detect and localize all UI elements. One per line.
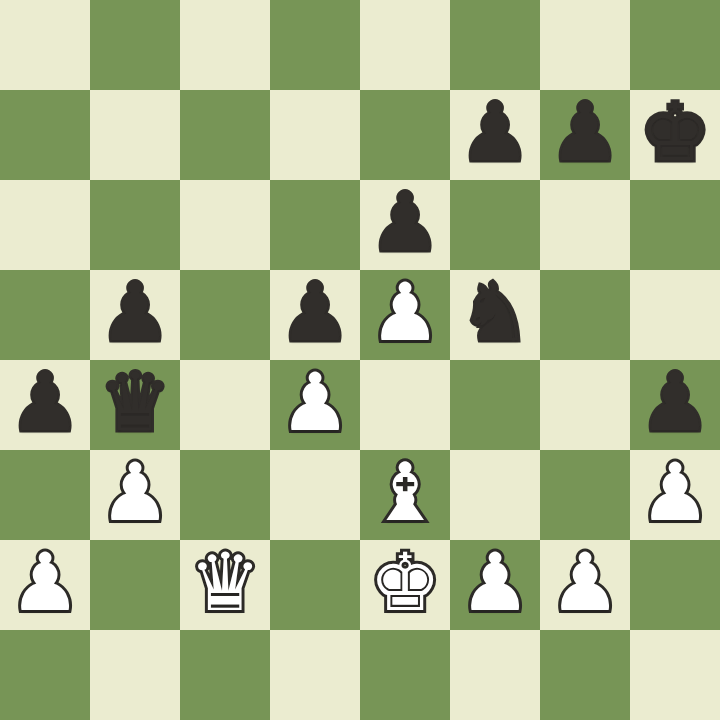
piece-black-pawn-e6[interactable]: ♟♟: [360, 180, 450, 270]
square-b4[interactable]: ♛♛: [90, 360, 180, 450]
square-g3[interactable]: [540, 450, 630, 540]
square-f3[interactable]: [450, 450, 540, 540]
square-b1[interactable]: [90, 630, 180, 720]
piece-glyph-fill: ♟: [540, 90, 630, 180]
square-d3[interactable]: [270, 450, 360, 540]
square-f5[interactable]: ♞♞: [450, 270, 540, 360]
piece-glyph-fill: ♟: [90, 270, 180, 360]
square-g4[interactable]: [540, 360, 630, 450]
piece-glyph-fill: ♟: [270, 360, 360, 450]
square-f4[interactable]: [450, 360, 540, 450]
square-d6[interactable]: [270, 180, 360, 270]
square-f7[interactable]: ♟♟: [450, 90, 540, 180]
square-e6[interactable]: ♟♟: [360, 180, 450, 270]
piece-white-king-e2[interactable]: ♚♚: [360, 540, 450, 630]
square-b3[interactable]: ♟♟: [90, 450, 180, 540]
piece-white-bishop-e3[interactable]: ♝♝: [360, 450, 450, 540]
piece-white-pawn-e5[interactable]: ♟♟: [360, 270, 450, 360]
piece-glyph-fill: ♛: [180, 540, 270, 630]
square-h1[interactable]: [630, 630, 720, 720]
square-f1[interactable]: [450, 630, 540, 720]
square-a7[interactable]: [0, 90, 90, 180]
square-h6[interactable]: [630, 180, 720, 270]
piece-glyph-fill: ♟: [0, 540, 90, 630]
piece-black-pawn-d5[interactable]: ♟♟: [270, 270, 360, 360]
piece-black-pawn-b5[interactable]: ♟♟: [90, 270, 180, 360]
piece-glyph-fill: ♝: [360, 450, 450, 540]
piece-glyph-fill: ♟: [630, 450, 720, 540]
piece-black-king-h7[interactable]: ♚♚: [630, 90, 720, 180]
square-h8[interactable]: [630, 0, 720, 90]
piece-glyph-fill: ♟: [90, 450, 180, 540]
square-e1[interactable]: [360, 630, 450, 720]
square-d2[interactable]: [270, 540, 360, 630]
square-e5[interactable]: ♟♟: [360, 270, 450, 360]
piece-black-pawn-a4[interactable]: ♟♟: [0, 360, 90, 450]
square-c3[interactable]: [180, 450, 270, 540]
square-c1[interactable]: [180, 630, 270, 720]
piece-glyph-fill: ♟: [270, 270, 360, 360]
piece-white-pawn-h3[interactable]: ♟♟: [630, 450, 720, 540]
square-a3[interactable]: [0, 450, 90, 540]
square-g8[interactable]: [540, 0, 630, 90]
piece-glyph-fill: ♟: [540, 540, 630, 630]
piece-glyph-fill: ♟: [0, 360, 90, 450]
square-g5[interactable]: [540, 270, 630, 360]
piece-glyph-fill: ♟: [630, 360, 720, 450]
square-b7[interactable]: [90, 90, 180, 180]
square-d4[interactable]: ♟♟: [270, 360, 360, 450]
chess-board: ♟♟♟♟♚♚♟♟♟♟♟♟♟♟♞♞♟♟♛♛♟♟♟♟♟♟♝♝♟♟♟♟♛♛♚♚♟♟♟♟: [0, 0, 720, 720]
square-a4[interactable]: ♟♟: [0, 360, 90, 450]
square-h2[interactable]: [630, 540, 720, 630]
square-a2[interactable]: ♟♟: [0, 540, 90, 630]
square-d8[interactable]: [270, 0, 360, 90]
square-h3[interactable]: ♟♟: [630, 450, 720, 540]
square-e7[interactable]: [360, 90, 450, 180]
square-b5[interactable]: ♟♟: [90, 270, 180, 360]
piece-glyph-fill: ♚: [360, 540, 450, 630]
piece-white-pawn-b3[interactable]: ♟♟: [90, 450, 180, 540]
piece-glyph-fill: ♞: [450, 270, 540, 360]
piece-glyph-fill: ♟: [450, 540, 540, 630]
square-c8[interactable]: [180, 0, 270, 90]
square-h7[interactable]: ♚♚: [630, 90, 720, 180]
square-d1[interactable]: [270, 630, 360, 720]
square-a5[interactable]: [0, 270, 90, 360]
square-f6[interactable]: [450, 180, 540, 270]
square-h5[interactable]: [630, 270, 720, 360]
square-a8[interactable]: [0, 0, 90, 90]
piece-glyph-fill: ♟: [360, 270, 450, 360]
square-e8[interactable]: [360, 0, 450, 90]
piece-glyph-fill: ♟: [450, 90, 540, 180]
square-a6[interactable]: [0, 180, 90, 270]
square-f2[interactable]: ♟♟: [450, 540, 540, 630]
square-b8[interactable]: [90, 0, 180, 90]
square-c7[interactable]: [180, 90, 270, 180]
square-g2[interactable]: ♟♟: [540, 540, 630, 630]
piece-black-knight-f5[interactable]: ♞♞: [450, 270, 540, 360]
square-c6[interactable]: [180, 180, 270, 270]
square-h4[interactable]: ♟♟: [630, 360, 720, 450]
square-a1[interactable]: [0, 630, 90, 720]
square-g1[interactable]: [540, 630, 630, 720]
piece-white-pawn-g2[interactable]: ♟♟: [540, 540, 630, 630]
square-e4[interactable]: [360, 360, 450, 450]
square-b2[interactable]: [90, 540, 180, 630]
square-e3[interactable]: ♝♝: [360, 450, 450, 540]
piece-black-pawn-g7[interactable]: ♟♟: [540, 90, 630, 180]
piece-white-pawn-d4[interactable]: ♟♟: [270, 360, 360, 450]
piece-black-pawn-h4[interactable]: ♟♟: [630, 360, 720, 450]
square-c5[interactable]: [180, 270, 270, 360]
piece-white-pawn-f2[interactable]: ♟♟: [450, 540, 540, 630]
piece-glyph-fill: ♛: [90, 360, 180, 450]
square-b6[interactable]: [90, 180, 180, 270]
square-g6[interactable]: [540, 180, 630, 270]
square-c2[interactable]: ♛♛: [180, 540, 270, 630]
piece-glyph-fill: ♟: [360, 180, 450, 270]
square-g7[interactable]: ♟♟: [540, 90, 630, 180]
square-c4[interactable]: [180, 360, 270, 450]
square-d7[interactable]: [270, 90, 360, 180]
square-f8[interactable]: [450, 0, 540, 90]
piece-black-queen-b4[interactable]: ♛♛: [90, 360, 180, 450]
piece-white-queen-c2[interactable]: ♛♛: [180, 540, 270, 630]
square-e2[interactable]: ♚♚: [360, 540, 450, 630]
piece-black-pawn-f7[interactable]: ♟♟: [450, 90, 540, 180]
square-d5[interactable]: ♟♟: [270, 270, 360, 360]
piece-white-pawn-a2[interactable]: ♟♟: [0, 540, 90, 630]
piece-glyph-fill: ♚: [630, 90, 720, 180]
